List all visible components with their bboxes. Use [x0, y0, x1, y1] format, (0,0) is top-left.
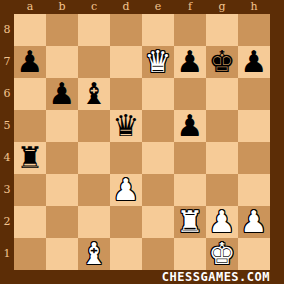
square-e1[interactable]: [142, 238, 174, 270]
square-b4[interactable]: [46, 142, 78, 174]
black-pawn-piece: ♟: [49, 78, 76, 110]
rank-label-6: 6: [0, 78, 14, 110]
file-labels: a b c d e f g h: [14, 0, 270, 14]
square-h3[interactable]: [238, 174, 270, 206]
square-d4[interactable]: [110, 142, 142, 174]
black-queen-piece: ♛: [113, 110, 140, 142]
square-a7[interactable]: ♟: [14, 46, 46, 78]
square-f4[interactable]: [174, 142, 206, 174]
rank-label-3: 3: [0, 174, 14, 206]
square-g6[interactable]: [206, 78, 238, 110]
rank-label-1: 1: [0, 238, 14, 270]
square-f8[interactable]: [174, 14, 206, 46]
file-label-b: b: [46, 0, 78, 14]
square-a6[interactable]: [14, 78, 46, 110]
square-g2[interactable]: ♟: [206, 206, 238, 238]
square-e7[interactable]: ♛: [142, 46, 174, 78]
square-g3[interactable]: [206, 174, 238, 206]
rank-label-4: 4: [0, 142, 14, 174]
square-d1[interactable]: [110, 238, 142, 270]
square-f1[interactable]: [174, 238, 206, 270]
square-c7[interactable]: [78, 46, 110, 78]
square-a1[interactable]: [14, 238, 46, 270]
rank-label-5: 5: [0, 110, 14, 142]
black-pawn-piece: ♟: [177, 46, 204, 78]
white-king-piece: ♚: [209, 238, 236, 270]
square-f2[interactable]: ♜: [174, 206, 206, 238]
black-rook-piece: ♜: [17, 142, 44, 174]
square-b8[interactable]: [46, 14, 78, 46]
square-f6[interactable]: [174, 78, 206, 110]
square-c4[interactable]: [78, 142, 110, 174]
square-e3[interactable]: [142, 174, 174, 206]
square-b7[interactable]: [46, 46, 78, 78]
square-a3[interactable]: [14, 174, 46, 206]
square-d2[interactable]: [110, 206, 142, 238]
square-g7[interactable]: ♚: [206, 46, 238, 78]
white-pawn-piece: ♟: [113, 174, 140, 206]
white-rook-piece: ♜: [177, 206, 204, 238]
square-h7[interactable]: ♟: [238, 46, 270, 78]
square-b6[interactable]: ♟: [46, 78, 78, 110]
black-pawn-piece: ♟: [241, 46, 268, 78]
file-label-d: d: [110, 0, 142, 14]
square-d3[interactable]: ♟: [110, 174, 142, 206]
square-c5[interactable]: [78, 110, 110, 142]
square-f5[interactable]: ♟: [174, 110, 206, 142]
white-pawn-piece: ♟: [209, 206, 236, 238]
file-label-f: f: [174, 0, 206, 14]
square-f3[interactable]: [174, 174, 206, 206]
square-g8[interactable]: [206, 14, 238, 46]
square-g1[interactable]: ♚: [206, 238, 238, 270]
black-king-piece: ♚: [209, 46, 236, 78]
square-a5[interactable]: [14, 110, 46, 142]
file-label-c: c: [78, 0, 110, 14]
black-pawn-piece: ♟: [17, 46, 44, 78]
rank-labels: 8 7 6 5 4 3 2 1: [0, 14, 14, 270]
square-c1[interactable]: ♝: [78, 238, 110, 270]
square-c2[interactable]: [78, 206, 110, 238]
white-queen-piece: ♛: [145, 46, 172, 78]
square-e4[interactable]: [142, 142, 174, 174]
square-a4[interactable]: ♜: [14, 142, 46, 174]
square-a8[interactable]: [14, 14, 46, 46]
file-label-a: a: [14, 0, 46, 14]
square-h8[interactable]: [238, 14, 270, 46]
square-d5[interactable]: ♛: [110, 110, 142, 142]
square-e2[interactable]: [142, 206, 174, 238]
square-g5[interactable]: [206, 110, 238, 142]
square-a2[interactable]: [14, 206, 46, 238]
file-label-h: h: [238, 0, 270, 14]
black-bishop-piece: ♝: [81, 78, 108, 110]
black-pawn-piece: ♟: [177, 110, 204, 142]
file-label-g: g: [206, 0, 238, 14]
rank-label-7: 7: [0, 46, 14, 78]
white-bishop-piece: ♝: [81, 238, 108, 270]
square-e8[interactable]: [142, 14, 174, 46]
chess-board-frame: a b c d e f g h 8 7 6 5 4 3 2 1 ♟♛♟♚♟♟♝♛…: [0, 0, 284, 284]
square-f7[interactable]: ♟: [174, 46, 206, 78]
square-h6[interactable]: [238, 78, 270, 110]
board: ♟♛♟♚♟♟♝♛♟♜♟♜♟♟♝♚: [14, 14, 270, 270]
square-b2[interactable]: [46, 206, 78, 238]
square-d8[interactable]: [110, 14, 142, 46]
square-g4[interactable]: [206, 142, 238, 174]
square-d6[interactable]: [110, 78, 142, 110]
watermark: CHESSGAMES.COM: [162, 270, 270, 284]
square-h4[interactable]: [238, 142, 270, 174]
square-h5[interactable]: [238, 110, 270, 142]
square-c3[interactable]: [78, 174, 110, 206]
square-h1[interactable]: [238, 238, 270, 270]
square-c8[interactable]: [78, 14, 110, 46]
square-e5[interactable]: [142, 110, 174, 142]
square-c6[interactable]: ♝: [78, 78, 110, 110]
file-label-e: e: [142, 0, 174, 14]
square-b5[interactable]: [46, 110, 78, 142]
rank-label-8: 8: [0, 14, 14, 46]
square-b1[interactable]: [46, 238, 78, 270]
square-b3[interactable]: [46, 174, 78, 206]
square-d7[interactable]: [110, 46, 142, 78]
square-h2[interactable]: ♟: [238, 206, 270, 238]
white-pawn-piece: ♟: [241, 206, 268, 238]
square-e6[interactable]: [142, 78, 174, 110]
rank-label-2: 2: [0, 206, 14, 238]
